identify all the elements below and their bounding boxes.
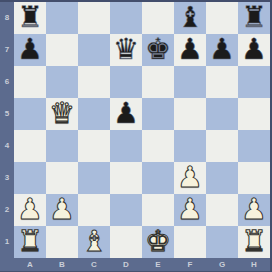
file-label-e: E <box>142 258 174 272</box>
file-label-d: D <box>110 258 142 272</box>
piece-white-pawn[interactable]: ♟ <box>177 161 203 193</box>
square-g5[interactable] <box>206 98 238 130</box>
square-f1[interactable] <box>174 226 206 258</box>
square-f6[interactable] <box>174 66 206 98</box>
square-h3[interactable] <box>238 162 270 194</box>
square-h2[interactable]: ♟ <box>238 194 270 226</box>
square-e6[interactable] <box>142 66 174 98</box>
square-g1[interactable] <box>206 226 238 258</box>
square-d2[interactable] <box>110 194 142 226</box>
piece-black-pawn[interactable]: ♟ <box>17 33 43 65</box>
square-c7[interactable] <box>78 34 110 66</box>
file-label-c: C <box>78 258 110 272</box>
square-h8[interactable]: ♜ <box>238 2 270 34</box>
square-b2[interactable]: ♟ <box>46 194 78 226</box>
piece-white-king[interactable]: ♚ <box>145 225 171 257</box>
square-c5[interactable] <box>78 98 110 130</box>
square-h5[interactable] <box>238 98 270 130</box>
square-e8[interactable] <box>142 2 174 34</box>
rank-label-2: 2 <box>0 194 14 226</box>
rank-label-6: 6 <box>0 66 14 98</box>
square-h6[interactable] <box>238 66 270 98</box>
piece-black-pawn[interactable]: ♟ <box>241 33 267 65</box>
square-a5[interactable] <box>14 98 46 130</box>
square-g8[interactable] <box>206 2 238 34</box>
file-label-a: A <box>14 258 46 272</box>
square-d3[interactable] <box>110 162 142 194</box>
chess-board-frame: ♜♝♜♟♛♚♟♟♟♛♟♟♟♟♟♟♜♝♚♜ 87654321 ABCDEFGH <box>0 0 272 272</box>
piece-white-queen[interactable]: ♛ <box>49 97 75 129</box>
square-h4[interactable] <box>238 130 270 162</box>
chess-board: ♜♝♜♟♛♚♟♟♟♛♟♟♟♟♟♟♜♝♚♜ <box>14 2 270 258</box>
rank-label-1: 1 <box>0 226 14 258</box>
square-g4[interactable] <box>206 130 238 162</box>
square-f4[interactable] <box>174 130 206 162</box>
rank-label-8: 8 <box>0 2 14 34</box>
square-d8[interactable] <box>110 2 142 34</box>
file-label-g: G <box>206 258 238 272</box>
square-a1[interactable]: ♜ <box>14 226 46 258</box>
square-c4[interactable] <box>78 130 110 162</box>
square-f3[interactable]: ♟ <box>174 162 206 194</box>
piece-white-pawn[interactable]: ♟ <box>17 193 43 225</box>
square-e1[interactable]: ♚ <box>142 226 174 258</box>
square-d4[interactable] <box>110 130 142 162</box>
square-a6[interactable] <box>14 66 46 98</box>
piece-black-queen[interactable]: ♛ <box>113 33 139 65</box>
square-b7[interactable] <box>46 34 78 66</box>
square-c3[interactable] <box>78 162 110 194</box>
square-f5[interactable] <box>174 98 206 130</box>
square-b8[interactable] <box>46 2 78 34</box>
piece-white-rook[interactable]: ♜ <box>17 225 43 257</box>
square-b4[interactable] <box>46 130 78 162</box>
rank-label-5: 5 <box>0 98 14 130</box>
piece-white-pawn[interactable]: ♟ <box>177 193 203 225</box>
square-b3[interactable] <box>46 162 78 194</box>
piece-white-pawn[interactable]: ♟ <box>49 193 75 225</box>
piece-black-bishop[interactable]: ♝ <box>177 1 203 33</box>
square-d5[interactable]: ♟ <box>110 98 142 130</box>
square-b1[interactable] <box>46 226 78 258</box>
square-f8[interactable]: ♝ <box>174 2 206 34</box>
rank-label-7: 7 <box>0 34 14 66</box>
square-a2[interactable]: ♟ <box>14 194 46 226</box>
piece-black-king[interactable]: ♚ <box>145 33 171 65</box>
piece-black-rook[interactable]: ♜ <box>17 1 43 33</box>
file-label-h: H <box>238 258 270 272</box>
square-b6[interactable] <box>46 66 78 98</box>
rank-label-4: 4 <box>0 130 14 162</box>
piece-black-pawn[interactable]: ♟ <box>177 33 203 65</box>
square-b5[interactable]: ♛ <box>46 98 78 130</box>
square-g6[interactable] <box>206 66 238 98</box>
square-d7[interactable]: ♛ <box>110 34 142 66</box>
square-e4[interactable] <box>142 130 174 162</box>
piece-white-pawn[interactable]: ♟ <box>241 193 267 225</box>
piece-white-rook[interactable]: ♜ <box>241 225 267 257</box>
square-g2[interactable] <box>206 194 238 226</box>
square-c8[interactable] <box>78 2 110 34</box>
square-e2[interactable] <box>142 194 174 226</box>
square-a8[interactable]: ♜ <box>14 2 46 34</box>
piece-black-rook[interactable]: ♜ <box>241 1 267 33</box>
file-label-f: F <box>174 258 206 272</box>
square-h7[interactable]: ♟ <box>238 34 270 66</box>
piece-black-pawn[interactable]: ♟ <box>113 97 139 129</box>
square-e5[interactable] <box>142 98 174 130</box>
square-f2[interactable]: ♟ <box>174 194 206 226</box>
square-e7[interactable]: ♚ <box>142 34 174 66</box>
piece-black-pawn[interactable]: ♟ <box>209 33 235 65</box>
square-d6[interactable] <box>110 66 142 98</box>
square-g3[interactable] <box>206 162 238 194</box>
square-h1[interactable]: ♜ <box>238 226 270 258</box>
file-label-b: B <box>46 258 78 272</box>
square-a4[interactable] <box>14 130 46 162</box>
square-f7[interactable]: ♟ <box>174 34 206 66</box>
square-c2[interactable] <box>78 194 110 226</box>
square-e3[interactable] <box>142 162 174 194</box>
square-a7[interactable]: ♟ <box>14 34 46 66</box>
piece-white-bishop[interactable]: ♝ <box>81 225 107 257</box>
square-c1[interactable]: ♝ <box>78 226 110 258</box>
square-d1[interactable] <box>110 226 142 258</box>
square-g7[interactable]: ♟ <box>206 34 238 66</box>
square-c6[interactable] <box>78 66 110 98</box>
square-a3[interactable] <box>14 162 46 194</box>
rank-label-3: 3 <box>0 162 14 194</box>
